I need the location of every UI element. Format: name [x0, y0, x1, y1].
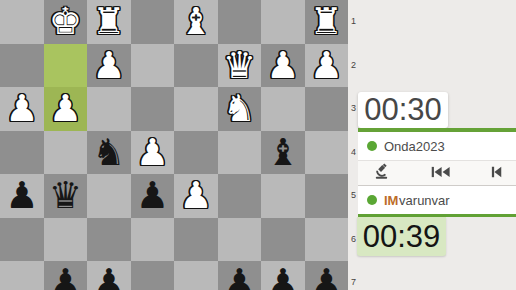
square-f6[interactable]: [87, 218, 131, 262]
square-b5[interactable]: [261, 174, 305, 218]
opponent-name[interactable]: Onda2023: [384, 139, 445, 154]
rewind-to-start-icon: [431, 165, 450, 182]
white-queen-c2: ♛: [218, 44, 262, 88]
go-to-first-move-button[interactable]: [431, 162, 450, 184]
square-b3[interactable]: [261, 87, 305, 131]
white-pawn-e4: ♟: [131, 131, 175, 175]
square-g6[interactable]: [44, 218, 88, 262]
white-knight-c3: ♞: [218, 87, 262, 131]
square-c4[interactable]: [218, 131, 262, 175]
active-player-clock: 00:39: [357, 217, 446, 256]
online-status-dot-icon: [367, 141, 377, 151]
rank-label-1: 1: [348, 16, 359, 27]
square-f1[interactable]: ♜: [87, 0, 131, 44]
square-a1[interactable]: ♜: [305, 0, 349, 44]
square-h1[interactable]: [0, 0, 44, 44]
square-g7[interactable]: ♟: [44, 261, 88, 290]
square-f2[interactable]: ♟: [87, 44, 131, 88]
square-b4[interactable]: ♝: [261, 131, 305, 175]
square-e2[interactable]: [131, 44, 175, 88]
black-queen-g5: ♛: [44, 174, 88, 218]
square-d3[interactable]: [174, 87, 218, 131]
square-a5[interactable]: [305, 174, 349, 218]
square-c7[interactable]: ♟: [218, 261, 262, 290]
microscope-icon: [373, 163, 390, 183]
square-e7[interactable]: [131, 261, 175, 290]
square-f5[interactable]: [87, 174, 131, 218]
game-controls-bar: [358, 160, 516, 186]
square-d7[interactable]: [174, 261, 218, 290]
white-pawn-d5: ♟: [174, 174, 218, 218]
white-rook-a1: ♜: [305, 0, 349, 44]
chess-board: ♚♜♝♜♟♛♟♟♟♟♞♞♟♝♟♛♟♟♟♟♟♟♟: [0, 0, 348, 290]
square-g5[interactable]: ♛: [44, 174, 88, 218]
square-d2[interactable]: [174, 44, 218, 88]
black-pawn-f7: ♟: [87, 261, 131, 290]
white-bishop-d1: ♝: [174, 0, 218, 44]
square-a2[interactable]: ♟: [305, 44, 349, 88]
square-g1[interactable]: ♚: [44, 0, 88, 44]
square-c6[interactable]: [218, 218, 262, 262]
square-a3[interactable]: [305, 87, 349, 131]
square-c3[interactable]: ♞: [218, 87, 262, 131]
rank-label-2: 2: [348, 60, 359, 71]
square-f7[interactable]: ♟: [87, 261, 131, 290]
rank-label-7: 7: [348, 277, 359, 288]
square-g4[interactable]: [44, 131, 88, 175]
step-back-icon: [490, 165, 502, 182]
white-king-g1: ♚: [44, 0, 88, 44]
square-e6[interactable]: [131, 218, 175, 262]
active-player-clock-time: 00:39: [363, 219, 441, 255]
black-pawn-h5: ♟: [0, 174, 44, 218]
square-g3[interactable]: ♟: [44, 87, 88, 131]
square-g2[interactable]: [44, 44, 88, 88]
square-h5[interactable]: ♟: [0, 174, 44, 218]
black-pawn-e5: ♟: [131, 174, 175, 218]
white-pawn-b2: ♟: [261, 44, 305, 88]
square-c2[interactable]: ♛: [218, 44, 262, 88]
square-b6[interactable]: [261, 218, 305, 262]
square-f3[interactable]: [87, 87, 131, 131]
square-d6[interactable]: [174, 218, 218, 262]
black-pawn-g7: ♟: [44, 261, 88, 290]
square-e5[interactable]: ♟: [131, 174, 175, 218]
square-d1[interactable]: ♝: [174, 0, 218, 44]
square-h6[interactable]: [0, 218, 44, 262]
black-bishop-b4: ♝: [261, 131, 305, 175]
white-rook-f1: ♜: [87, 0, 131, 44]
square-e1[interactable]: [131, 0, 175, 44]
square-b1[interactable]: [261, 0, 305, 44]
white-pawn-g3: ♟: [44, 87, 88, 131]
square-a6[interactable]: [305, 218, 349, 262]
bottom-player-name[interactable]: varunvar: [399, 193, 450, 208]
online-status-dot-icon: [367, 195, 377, 205]
square-h2[interactable]: [0, 44, 44, 88]
square-e3[interactable]: [131, 87, 175, 131]
black-pawn-c7: ♟: [218, 261, 262, 290]
square-a4[interactable]: [305, 131, 349, 175]
player-row-bottom[interactable]: IM varunvar: [358, 186, 516, 214]
square-d4[interactable]: [174, 131, 218, 175]
square-d5[interactable]: ♟: [174, 174, 218, 218]
player-row-opponent[interactable]: Onda2023: [358, 132, 516, 160]
square-c5[interactable]: [218, 174, 262, 218]
black-pawn-a7: ♟: [305, 261, 349, 290]
player-title-badge: IM: [384, 193, 398, 208]
black-knight-f4: ♞: [87, 131, 131, 175]
square-c1[interactable]: [218, 0, 262, 44]
white-pawn-h3: ♟: [0, 87, 44, 131]
square-a7[interactable]: ♟: [305, 261, 349, 290]
black-pawn-b7: ♟: [261, 261, 305, 290]
square-b2[interactable]: ♟: [261, 44, 305, 88]
step-back-button[interactable]: [490, 162, 502, 184]
square-e4[interactable]: ♟: [131, 131, 175, 175]
square-h7[interactable]: [0, 261, 44, 290]
square-f4[interactable]: ♞: [87, 131, 131, 175]
opponent-clock: 00:30: [358, 92, 448, 128]
white-pawn-a2: ♟: [305, 44, 349, 88]
square-h3[interactable]: ♟: [0, 87, 44, 131]
white-pawn-f2: ♟: [87, 44, 131, 88]
square-h4[interactable]: [0, 131, 44, 175]
square-b7[interactable]: ♟: [261, 261, 305, 290]
opponent-clock-time: 00:30: [364, 92, 442, 128]
analysis-board-button[interactable]: [373, 162, 390, 184]
